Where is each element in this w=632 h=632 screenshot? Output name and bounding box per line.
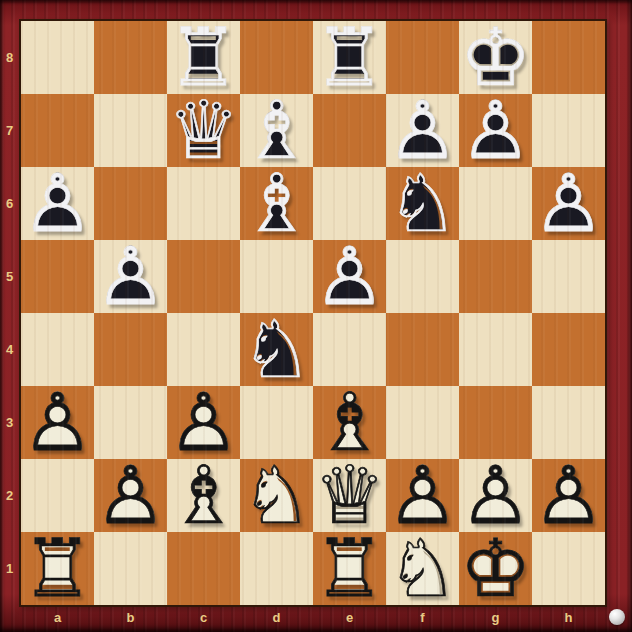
black-rook-piece[interactable]: ♜♖ [313,21,386,94]
white-knight-piece[interactable]: ♞♘ [386,532,459,605]
side-to-move-indicator [609,609,625,625]
square-h2[interactable]: ♟♙ [532,459,605,532]
chess-app-window: 87654321 abcdefgh ♜♖♜♖♚♔♛♕♝♗♟♙♟♙♟♙♝♗♞♘♟♙… [0,0,632,632]
file-label-b: b [94,605,167,629]
piece-outline-glyph: ♙ [532,459,605,532]
rank-label-4: 4 [0,313,19,386]
square-a5[interactable] [21,240,94,313]
square-d4[interactable]: ♞♘ [240,313,313,386]
white-pawn-piece[interactable]: ♟♙ [21,386,94,459]
black-queen-piece[interactable]: ♛♕ [167,94,240,167]
white-bishop-piece[interactable]: ♝♗ [167,459,240,532]
square-h4[interactable] [532,313,605,386]
white-pawn-piece[interactable]: ♟♙ [94,459,167,532]
piece-outline-glyph: ♙ [532,167,605,240]
chessboard-frame: ♜♖♜♖♚♔♛♕♝♗♟♙♟♙♟♙♝♗♞♘♟♙♟♙♟♙♞♘♟♙♟♙♝♗♟♙♝♗♞♘… [19,19,607,607]
rank-labels: 87654321 [0,21,19,605]
square-f4[interactable] [386,313,459,386]
square-a3[interactable]: ♟♙ [21,386,94,459]
file-label-h: h [532,605,605,629]
rank-label-5: 5 [0,240,19,313]
square-e8[interactable]: ♜♖ [313,21,386,94]
square-a6[interactable]: ♟♙ [21,167,94,240]
square-e5[interactable]: ♟♙ [313,240,386,313]
white-rook-piece[interactable]: ♜♖ [313,532,386,605]
piece-outline-glyph: ♖ [21,532,94,605]
square-g6[interactable] [459,167,532,240]
square-f1[interactable]: ♞♘ [386,532,459,605]
piece-outline-glyph: ♙ [21,386,94,459]
piece-outline-glyph: ♘ [386,167,459,240]
square-g1[interactable]: ♚♔ [459,532,532,605]
black-pawn-piece[interactable]: ♟♙ [94,240,167,313]
piece-outline-glyph: ♙ [21,167,94,240]
black-pawn-piece[interactable]: ♟♙ [21,167,94,240]
square-b4[interactable] [94,313,167,386]
piece-outline-glyph: ♕ [167,94,240,167]
black-pawn-piece[interactable]: ♟♙ [532,167,605,240]
piece-outline-glyph: ♘ [240,313,313,386]
black-pawn-piece[interactable]: ♟♙ [459,94,532,167]
square-b5[interactable]: ♟♙ [94,240,167,313]
square-c2[interactable]: ♝♗ [167,459,240,532]
square-d2[interactable]: ♞♘ [240,459,313,532]
rank-label-7: 7 [0,94,19,167]
rank-label-8: 8 [0,21,19,94]
square-c6[interactable] [167,167,240,240]
file-label-d: d [240,605,313,629]
rank-label-1: 1 [0,532,19,605]
square-b8[interactable] [94,21,167,94]
square-b7[interactable] [94,94,167,167]
square-e1[interactable]: ♜♖ [313,532,386,605]
rank-label-3: 3 [0,386,19,459]
square-h1[interactable] [532,532,605,605]
square-g7[interactable]: ♟♙ [459,94,532,167]
white-knight-piece[interactable]: ♞♘ [240,459,313,532]
square-f5[interactable] [386,240,459,313]
piece-outline-glyph: ♙ [94,240,167,313]
piece-outline-glyph: ♙ [459,94,532,167]
square-h6[interactable]: ♟♙ [532,167,605,240]
square-g4[interactable] [459,313,532,386]
black-knight-piece[interactable]: ♞♘ [240,313,313,386]
rank-label-2: 2 [0,459,19,532]
square-a8[interactable] [21,21,94,94]
square-c7[interactable]: ♛♕ [167,94,240,167]
white-pawn-piece[interactable]: ♟♙ [532,459,605,532]
square-h8[interactable] [532,21,605,94]
file-label-c: c [167,605,240,629]
square-b1[interactable] [94,532,167,605]
square-c5[interactable] [167,240,240,313]
square-a1[interactable]: ♜♖ [21,532,94,605]
white-king-piece[interactable]: ♚♔ [459,532,532,605]
chessboard: ♜♖♜♖♚♔♛♕♝♗♟♙♟♙♟♙♝♗♞♘♟♙♟♙♟♙♞♘♟♙♟♙♝♗♟♙♝♗♞♘… [21,21,605,605]
black-pawn-piece[interactable]: ♟♙ [313,240,386,313]
square-c1[interactable] [167,532,240,605]
piece-outline-glyph: ♗ [167,459,240,532]
piece-outline-glyph: ♘ [240,459,313,532]
piece-outline-glyph: ♗ [240,167,313,240]
black-knight-piece[interactable]: ♞♘ [386,167,459,240]
square-d1[interactable] [240,532,313,605]
square-h5[interactable] [532,240,605,313]
piece-outline-glyph: ♖ [313,21,386,94]
rank-label-6: 6 [0,167,19,240]
square-e7[interactable] [313,94,386,167]
square-g5[interactable] [459,240,532,313]
piece-outline-glyph: ♘ [386,532,459,605]
square-f6[interactable]: ♞♘ [386,167,459,240]
black-bishop-piece[interactable]: ♝♗ [240,167,313,240]
square-d6[interactable]: ♝♗ [240,167,313,240]
piece-outline-glyph: ♔ [459,532,532,605]
piece-outline-glyph: ♙ [313,240,386,313]
piece-outline-glyph: ♖ [313,532,386,605]
piece-outline-glyph: ♙ [94,459,167,532]
square-b2[interactable]: ♟♙ [94,459,167,532]
white-rook-piece[interactable]: ♜♖ [21,532,94,605]
